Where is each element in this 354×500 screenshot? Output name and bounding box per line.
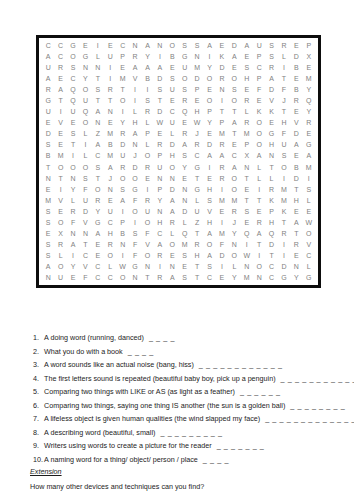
grid-cell-r6c11: E: [166, 95, 178, 106]
answer-blanks: _ _ _ _: [203, 455, 229, 464]
question-text: Comparing two things with LIKE or AS (as…: [44, 387, 235, 396]
grid-cell-r9c2: E: [54, 128, 66, 139]
grid-cell-r17c2: O: [54, 217, 66, 228]
grid-cell-r7c10: D: [154, 106, 166, 117]
grid-cell-r2c12: G: [179, 51, 191, 62]
grid-cell-r5c7: T: [116, 84, 128, 95]
grid-cell-r9c6: M: [104, 128, 116, 139]
grid-cell-r21c3: Y: [67, 261, 79, 272]
grid-cell-r4c6: I: [104, 73, 116, 84]
grid-cell-r7c13: H: [191, 106, 203, 117]
grid-cell-r22c3: E: [67, 272, 79, 283]
grid-cell-r11c16: C: [228, 150, 240, 161]
grid-cell-r14c3: Y: [67, 184, 79, 195]
grid-cell-r19c3: A: [67, 239, 79, 250]
grid-cell-r21c8: G: [129, 261, 141, 272]
grid-cell-r3c18: C: [253, 62, 265, 73]
question-number: 9.: [30, 441, 44, 450]
grid-cell-r15c11: A: [166, 195, 178, 206]
grid-cell-r16c7: I: [116, 206, 128, 217]
grid-cell-r17c15: I: [216, 217, 228, 228]
grid-cell-r18c10: C: [154, 228, 166, 239]
grid-cell-r19c8: F: [129, 239, 141, 250]
grid-cell-r4c13: D: [191, 73, 203, 84]
grid-cell-r1c7: C: [116, 40, 128, 51]
grid-cell-r9c7: R: [116, 128, 128, 139]
grid-cell-r21c4: V: [79, 261, 91, 272]
grid-cell-r5c15: N: [216, 84, 228, 95]
grid-cell-r1c2: C: [54, 40, 66, 51]
grid-cell-r12c12: Y: [179, 162, 191, 173]
grid-cell-r21c5: C: [92, 261, 104, 272]
grid-cell-r1c21: E: [290, 40, 302, 51]
grid-cell-r3c12: U: [179, 62, 191, 73]
grid-cell-r3c17: S: [241, 62, 253, 73]
grid-cell-r2c17: E: [241, 51, 253, 62]
grid-cell-r19c7: N: [116, 239, 128, 250]
answer-blanks: _ _ _ _ _ _ _ _ _ _ _ _: [199, 360, 283, 369]
grid-cell-r9c4: L: [79, 128, 91, 139]
grid-cell-r12c7: R: [116, 162, 128, 173]
grid-cell-r15c2: V: [54, 195, 66, 206]
grid-cell-r8c2: V: [54, 117, 66, 128]
grid-cell-r22c11: A: [166, 272, 178, 283]
grid-cell-r9c5: Z: [92, 128, 104, 139]
grid-cell-r7c7: I: [116, 106, 128, 117]
grid-cell-r8c15: P: [216, 117, 228, 128]
grid-cell-r5c5: S: [92, 84, 104, 95]
grid-cell-r11c15: A: [216, 150, 228, 161]
grid-cell-r20c5: E: [92, 250, 104, 261]
grid-cell-r14c7: S: [116, 184, 128, 195]
grid-cell-r16c8: O: [129, 206, 141, 217]
grid-cell-r19c22: V: [303, 239, 315, 250]
grid-cell-r22c10: R: [154, 272, 166, 283]
answer-blanks: _ _ _ _ _ _ _ _ _: [160, 428, 222, 437]
grid-cell-r22c19: C: [265, 272, 277, 283]
grid-cell-r18c16: Y: [228, 228, 240, 239]
grid-cell-r22c6: C: [104, 272, 116, 283]
grid-cell-r7c9: R: [141, 106, 153, 117]
grid-cell-r6c2: T: [54, 95, 66, 106]
grid-cell-r13c19: L: [265, 173, 277, 184]
answer-blanks: _ _ _ _: [149, 333, 175, 342]
grid-cell-r14c16: O: [228, 184, 240, 195]
grid-cell-r17c1: S: [42, 217, 54, 228]
grid-cell-r18c6: H: [104, 228, 116, 239]
grid-cell-r4c22: M: [303, 73, 315, 84]
grid-cell-r7c14: P: [203, 106, 215, 117]
grid-cell-r16c22: E: [303, 206, 315, 217]
grid-cell-r16c13: U: [191, 206, 203, 217]
grid-cell-r10c12: A: [179, 139, 191, 150]
grid-cell-r5c21: B: [290, 84, 302, 95]
question-item-1: 1.A doing word (running, danced)_ _ _ _: [30, 333, 346, 347]
grid-cell-r5c17: E: [241, 84, 253, 95]
grid-cell-r4c11: S: [166, 73, 178, 84]
grid-cell-r11c22: A: [303, 150, 315, 161]
grid-cell-r19c19: D: [265, 239, 277, 250]
grid-cell-r8c12: E: [179, 117, 191, 128]
grid-cell-r13c9: E: [141, 173, 153, 184]
grid-cell-r12c1: T: [42, 162, 54, 173]
question-number: 1.: [30, 333, 44, 342]
grid-cell-r14c17: E: [241, 184, 253, 195]
grid-cell-r10c10: R: [154, 139, 166, 150]
grid-cell-r9c13: J: [191, 128, 203, 139]
grid-cell-r2c19: S: [265, 51, 277, 62]
grid-cell-r16c4: D: [79, 206, 91, 217]
grid-cell-r14c21: T: [290, 184, 302, 195]
question-number: 2.: [30, 347, 44, 356]
grid-cell-r16c1: S: [42, 206, 54, 217]
grid-cell-r16c18: E: [253, 206, 265, 217]
grid-cell-r8c7: Y: [116, 117, 128, 128]
grid-cell-r9c11: L: [166, 128, 178, 139]
grid-cell-r2c18: P: [253, 51, 265, 62]
question-text: A lifeless object is given human qualiti…: [44, 414, 260, 423]
grid-cell-r1c19: S: [265, 40, 277, 51]
word-search-grid: CCGEIECNANOSSAEDAUSREPACOGLUPRYIBGNIKAEP…: [36, 35, 321, 288]
grid-cell-r4c19: A: [265, 73, 277, 84]
grid-cell-r17c13: Z: [191, 217, 203, 228]
grid-cell-r13c4: S: [79, 173, 91, 184]
question-text: A word sounds like an actual noise (bang…: [44, 360, 194, 369]
grid-cell-r8c5: N: [92, 117, 104, 128]
grid-cell-r9c18: O: [253, 128, 265, 139]
grid-cell-r21c11: N: [166, 261, 178, 272]
question-number: 10.: [30, 455, 44, 464]
grid-cell-r1c8: N: [129, 40, 141, 51]
grid-cell-r6c16: O: [228, 95, 240, 106]
grid-cell-r11c17: X: [241, 150, 253, 161]
grid-cell-r16c16: R: [228, 206, 240, 217]
grid-cell-r22c17: M: [241, 272, 253, 283]
grid-cell-r18c4: N: [79, 228, 91, 239]
grid-cell-r19c2: R: [54, 239, 66, 250]
grid-cell-r11c10: P: [154, 150, 166, 161]
grid-cell-r4c16: O: [228, 73, 240, 84]
grid-cell-r11c18: A: [253, 150, 265, 161]
grid-cell-r16c6: U: [104, 206, 116, 217]
grid-cell-r6c19: V: [265, 95, 277, 106]
grid-cell-r14c11: D: [166, 184, 178, 195]
grid-cell-r2c5: L: [92, 51, 104, 62]
grid-cell-r15c7: A: [116, 195, 128, 206]
grid-cell-r5c8: I: [129, 84, 141, 95]
grid-cell-r20c19: T: [265, 250, 277, 261]
grid-cell-r14c8: G: [129, 184, 141, 195]
grid-cell-r22c20: G: [278, 272, 290, 283]
grid-cell-r10c18: O: [253, 139, 265, 150]
grid-cell-r1c9: A: [141, 40, 153, 51]
grid-cell-r20c21: E: [290, 250, 302, 261]
grid-cell-r3c13: M: [191, 62, 203, 73]
grid-cell-r6c12: R: [179, 95, 191, 106]
grid-cell-r1c15: E: [216, 40, 228, 51]
grid-cell-r21c18: O: [253, 261, 265, 272]
grid-cell-r15c21: H: [290, 195, 302, 206]
grid-cell-r3c7: E: [116, 62, 128, 73]
grid-cell-r22c13: T: [191, 272, 203, 283]
grid-cell-r21c16: L: [228, 261, 240, 272]
grid-cell-r12c4: O: [79, 162, 91, 173]
grid-cell-r1c11: O: [166, 40, 178, 51]
grid-cell-r7c11: C: [166, 106, 178, 117]
grid-cell-r16c14: V: [203, 206, 215, 217]
grid-cell-r9c8: A: [129, 128, 141, 139]
question-item-9: 9.Writers using words to create a pictur…: [30, 441, 346, 455]
grid-cell-r15c17: T: [241, 195, 253, 206]
grid-cell-r12c2: O: [54, 162, 66, 173]
grid-cell-r22c8: N: [129, 272, 141, 283]
grid-cell-r11c13: C: [191, 150, 203, 161]
grid-cell-r5c4: O: [79, 84, 91, 95]
grid-cell-r7c16: T: [228, 106, 240, 117]
grid-cell-r20c14: A: [203, 250, 215, 261]
grid-cell-r2c1: A: [42, 51, 54, 62]
grid-cell-r17c8: I: [129, 217, 141, 228]
grid-cell-r5c20: F: [278, 84, 290, 95]
grid-cell-r8c17: R: [241, 117, 253, 128]
grid-cell-r19c20: I: [278, 239, 290, 250]
grid-cell-r17c19: H: [265, 217, 277, 228]
grid-cell-r10c5: A: [92, 139, 104, 150]
grid-cell-r9c20: F: [278, 128, 290, 139]
grid-cell-r5c22: Y: [303, 84, 315, 95]
grid-cell-r11c6: M: [104, 150, 116, 161]
grid-cell-r21c9: N: [141, 261, 153, 272]
grid-cell-r5c3: Q: [67, 84, 79, 95]
grid-cell-r6c4: U: [79, 95, 91, 106]
grid-cell-r8c22: R: [303, 117, 315, 128]
grid-cell-r2c11: B: [166, 51, 178, 62]
grid-cell-r2c16: A: [228, 51, 240, 62]
grid-cell-r14c20: M: [278, 184, 290, 195]
grid-cell-r11c7: U: [116, 150, 128, 161]
answer-blanks: _ _ _ _ _ _ _ _: [290, 401, 345, 410]
grid-cell-r15c3: L: [67, 195, 79, 206]
grid-cell-r6c5: T: [92, 95, 104, 106]
grid-cell-r8c9: L: [141, 117, 153, 128]
grid-cell-r3c6: I: [104, 62, 116, 73]
grid-cell-r15c9: R: [141, 195, 153, 206]
question-text: Writers using words to create a picture …: [44, 441, 212, 450]
grid-cell-r15c16: M: [228, 195, 240, 206]
grid-cell-r20c15: D: [216, 250, 228, 261]
grid-cell-r1c10: N: [154, 40, 166, 51]
grid-cell-r5c19: D: [265, 84, 277, 95]
grid-cell-r13c3: N: [67, 173, 79, 184]
grid-cell-r12c9: R: [141, 162, 153, 173]
grid-cell-r3c8: A: [129, 62, 141, 73]
grid-cell-r5c1: R: [42, 84, 54, 95]
grid-cell-r2c9: Y: [141, 51, 153, 62]
grid-cell-r19c14: O: [203, 239, 215, 250]
grid-cell-r9c3: S: [67, 128, 79, 139]
grid-cell-r3c10: A: [154, 62, 166, 73]
grid-cell-r22c22: G: [303, 272, 315, 283]
question-item-4: 4.The first letters sound is repeated (b…: [30, 374, 346, 388]
grid-cell-r11c9: O: [141, 150, 153, 161]
question-text: A describing word (beautiful, small): [44, 428, 155, 437]
grid-cell-r6c15: I: [216, 95, 228, 106]
question-item-3: 3.A word sounds like an actual noise (ba…: [30, 360, 346, 374]
grid-cell-r18c12: Q: [179, 228, 191, 239]
grid-cell-r17c18: R: [253, 217, 265, 228]
grid-cell-r14c15: I: [216, 184, 228, 195]
grid-cell-r10c16: E: [228, 139, 240, 150]
grid-cell-r8c1: E: [42, 117, 54, 128]
grid-cell-r3c11: E: [166, 62, 178, 73]
grid-cell-r18c14: A: [203, 228, 215, 239]
grid-cell-r13c16: O: [228, 173, 240, 184]
grid-cell-r11c12: S: [179, 150, 191, 161]
grid-cell-r17c16: J: [228, 217, 240, 228]
grid-cell-r14c1: E: [42, 184, 54, 195]
grid-cell-r7c8: L: [129, 106, 141, 117]
grid-cell-r3c2: R: [54, 62, 66, 73]
grid-cell-r22c7: O: [116, 272, 128, 283]
grid-cell-r12c20: O: [278, 162, 290, 173]
grid-cell-r7c3: U: [67, 106, 79, 117]
grid-cell-r11c20: S: [278, 150, 290, 161]
grid-cell-r16c5: Y: [92, 206, 104, 217]
grid-cell-r7c6: N: [104, 106, 116, 117]
grid-cell-r15c6: E: [104, 195, 116, 206]
grid-cell-r1c4: E: [79, 40, 91, 51]
grid-cell-r1c20: R: [278, 40, 290, 51]
grid-cell-r18c5: A: [92, 228, 104, 239]
grid-cell-r13c6: J: [104, 173, 116, 184]
grid-cell-r17c17: E: [241, 217, 253, 228]
grid-cell-r5c18: F: [253, 84, 265, 95]
grid-cell-r12c21: B: [290, 162, 302, 173]
grid-cell-r21c15: I: [216, 261, 228, 272]
grid-cell-r13c7: O: [116, 173, 128, 184]
grid-cell-r1c5: I: [92, 40, 104, 51]
grid-cell-r14c19: R: [265, 184, 277, 195]
grid-cell-r6c17: R: [241, 95, 253, 106]
grid-cell-r13c15: R: [216, 173, 228, 184]
grid-cell-r3c1: U: [42, 62, 54, 73]
grid-cell-r13c14: E: [203, 173, 215, 184]
grid-cell-r6c3: Q: [67, 95, 79, 106]
grid-cell-r16c10: N: [154, 206, 166, 217]
grid-cell-r3c19: R: [265, 62, 277, 73]
grid-cell-r11c19: N: [265, 150, 277, 161]
question-text: What you do with a book: [44, 347, 123, 356]
grid-cell-r9c14: E: [203, 128, 215, 139]
grid-cell-r4c20: T: [278, 73, 290, 84]
grid-cell-r9c15: M: [216, 128, 228, 139]
grid-cell-r17c20: T: [278, 217, 290, 228]
grid-cell-r7c2: I: [54, 106, 66, 117]
grid-cell-r22c16: Y: [228, 272, 240, 283]
grid-cell-r20c7: I: [116, 250, 128, 261]
grid-cell-r15c12: N: [179, 195, 191, 206]
question-text: Comparing two things, saying one thing I…: [44, 401, 285, 410]
grid-cell-r21c20: D: [278, 261, 290, 272]
grid-cell-r3c3: S: [67, 62, 79, 73]
grid-cell-r11c1: B: [42, 150, 54, 161]
grid-cell-r21c1: A: [42, 261, 54, 272]
grid-cell-r13c13: T: [191, 173, 203, 184]
grid-cell-r12c16: A: [228, 162, 240, 173]
grid-cell-r18c13: T: [191, 228, 203, 239]
grid-cell-r6c10: T: [154, 95, 166, 106]
answer-blanks: _ _ _ _ _ _ _ _ _ _ _ _ _ _ _: [265, 414, 354, 423]
grid-cell-r20c11: E: [166, 250, 178, 261]
grid-cell-r14c12: N: [179, 184, 191, 195]
grid-cell-r17c9: O: [141, 217, 153, 228]
grid-cell-r19c4: T: [79, 239, 91, 250]
question-text: The first letters sound is repeated (bea…: [44, 374, 276, 383]
grid-cell-r10c4: I: [79, 139, 91, 150]
question-number: 4.: [30, 374, 44, 383]
grid-cell-r13c1: N: [42, 173, 54, 184]
grid-cell-r15c19: K: [265, 195, 277, 206]
grid-cell-r21c12: E: [179, 261, 191, 272]
grid-cell-r14c14: H: [203, 184, 215, 195]
grid-cell-r17c5: G: [92, 217, 104, 228]
grid-cell-r4c7: M: [116, 73, 128, 84]
grid-cell-r13c22: I: [303, 173, 315, 184]
question-number: 5.: [30, 387, 44, 396]
grid-cell-r20c6: O: [104, 250, 116, 261]
grid-cell-r11c8: J: [129, 150, 141, 161]
grid-cell-r3c5: N: [92, 62, 104, 73]
grid-cell-r18c8: S: [129, 228, 141, 239]
grid-cell-r16c12: D: [179, 206, 191, 217]
grid-cell-r20c9: O: [141, 250, 153, 261]
grid-cell-r21c2: O: [54, 261, 66, 272]
question-number: 6.: [30, 401, 44, 410]
grid-cell-r7c15: T: [216, 106, 228, 117]
grid-cell-r8c14: Y: [203, 117, 215, 128]
grid-cell-r21c6: L: [104, 261, 116, 272]
grid-cell-r1c22: P: [303, 40, 315, 51]
grid-cell-r8c18: O: [253, 117, 265, 128]
grid-cell-r2c10: I: [154, 51, 166, 62]
grid-cell-r13c12: E: [179, 173, 191, 184]
grid-cell-r20c12: S: [179, 250, 191, 261]
grid-cell-r6c13: E: [191, 95, 203, 106]
grid-cell-r5c2: A: [54, 84, 66, 95]
grid-cell-r9c19: G: [265, 128, 277, 139]
grid-cell-r17c11: R: [166, 217, 178, 228]
grid-cell-r2c22: X: [303, 51, 315, 62]
grid-cell-r10c11: D: [166, 139, 178, 150]
grid-cell-r2c21: D: [290, 51, 302, 62]
grid-cell-r20c16: O: [228, 250, 240, 261]
grid-cell-r21c19: C: [265, 261, 277, 272]
grid-cell-r15c5: R: [92, 195, 104, 206]
grid-cell-r17c14: H: [203, 217, 215, 228]
worksheet-page: CCGEIECNANOSSAEDAUSREPACOGLUPRYIBGNIKAEP…: [0, 0, 354, 500]
grid-cell-r19c9: V: [141, 239, 153, 250]
grid-cell-r18c18: A: [253, 228, 265, 239]
grid-cell-r2c14: I: [203, 51, 215, 62]
grid-cell-r10c19: H: [265, 139, 277, 150]
grid-cell-r10c6: B: [104, 139, 116, 150]
grid-cell-r13c2: T: [54, 173, 66, 184]
grid-cell-r16c3: R: [67, 206, 79, 217]
grid-cell-r5c9: I: [141, 84, 153, 95]
grid-cell-r18c15: M: [216, 228, 228, 239]
grid-cell-r19c18: T: [253, 239, 265, 250]
grid-cell-r19c10: A: [154, 239, 166, 250]
